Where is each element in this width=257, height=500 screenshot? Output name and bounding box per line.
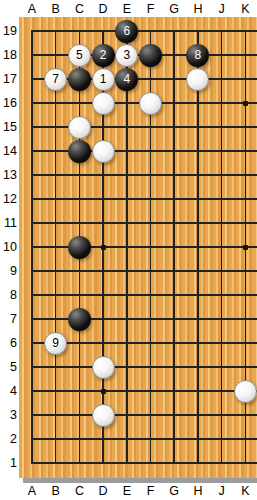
grid-line-horizontal bbox=[31, 270, 257, 272]
stone-white[interactable]: 3 bbox=[115, 44, 138, 67]
row-label: 4 bbox=[0, 384, 17, 398]
column-label-top: A bbox=[22, 2, 42, 16]
stone-black[interactable] bbox=[68, 236, 91, 259]
grid-line-horizontal bbox=[31, 318, 257, 320]
move-number: 6 bbox=[123, 25, 130, 37]
row-label: 15 bbox=[0, 120, 17, 134]
grid-line-horizontal bbox=[31, 30, 257, 32]
move-number: 4 bbox=[123, 73, 130, 85]
column-label-top: D bbox=[93, 2, 113, 16]
move-number: 9 bbox=[52, 337, 59, 349]
grid-line-horizontal bbox=[31, 366, 257, 368]
stone-white[interactable]: 5 bbox=[68, 44, 91, 67]
row-label: 17 bbox=[0, 72, 17, 86]
go-diagram-page: ABCDEFGHJK 19181716151413121110987654321… bbox=[0, 0, 257, 500]
stone-black[interactable] bbox=[68, 308, 91, 331]
column-label-top: H bbox=[188, 2, 208, 16]
row-label: 1 bbox=[0, 456, 17, 470]
star-point bbox=[101, 389, 106, 394]
column-label-bottom: A bbox=[22, 484, 42, 498]
stone-black[interactable]: 8 bbox=[186, 44, 209, 67]
stone-white[interactable] bbox=[139, 92, 162, 115]
row-label: 12 bbox=[0, 192, 17, 206]
stone-white[interactable] bbox=[234, 380, 257, 403]
row-label: 11 bbox=[0, 216, 17, 230]
move-number: 7 bbox=[52, 73, 59, 85]
grid-line-horizontal bbox=[31, 414, 257, 416]
board-shadow bbox=[23, 478, 257, 483]
grid-line-horizontal bbox=[31, 222, 257, 224]
row-label: 6 bbox=[0, 336, 17, 350]
column-label-bottom: G bbox=[164, 484, 184, 498]
row-label: 9 bbox=[0, 264, 17, 278]
stone-white[interactable]: 7 bbox=[44, 68, 67, 91]
row-label: 5 bbox=[0, 360, 17, 374]
row-label: 18 bbox=[0, 48, 17, 62]
row-label: 2 bbox=[0, 432, 17, 446]
stone-black[interactable]: 6 bbox=[115, 20, 138, 43]
grid-line-horizontal bbox=[31, 438, 257, 440]
column-label-bottom: E bbox=[117, 484, 137, 498]
stone-white[interactable] bbox=[92, 140, 115, 163]
move-number: 8 bbox=[195, 49, 202, 61]
star-point bbox=[243, 101, 248, 106]
go-board[interactable]: 652387149 bbox=[19, 17, 257, 478]
row-label: 13 bbox=[0, 168, 17, 182]
row-label: 16 bbox=[0, 96, 17, 110]
star-point bbox=[101, 245, 106, 250]
row-label: 10 bbox=[0, 240, 17, 254]
column-label-bottom: H bbox=[188, 484, 208, 498]
stone-black[interactable] bbox=[139, 44, 162, 67]
grid-line-horizontal bbox=[31, 294, 257, 296]
star-point bbox=[243, 245, 248, 250]
row-label: 19 bbox=[0, 24, 17, 38]
grid-line-horizontal bbox=[31, 150, 257, 152]
column-label-bottom: C bbox=[69, 484, 89, 498]
stone-white[interactable] bbox=[68, 116, 91, 139]
row-label: 3 bbox=[0, 408, 17, 422]
move-number: 2 bbox=[100, 49, 107, 61]
row-label: 14 bbox=[0, 144, 17, 158]
grid-line-horizontal bbox=[31, 174, 257, 176]
stone-white[interactable]: 9 bbox=[44, 332, 67, 355]
stone-white[interactable]: 1 bbox=[92, 68, 115, 91]
grid-line-horizontal bbox=[31, 126, 257, 128]
stone-white[interactable] bbox=[186, 68, 209, 91]
column-label-top: G bbox=[164, 2, 184, 16]
stone-black[interactable] bbox=[68, 68, 91, 91]
grid-line-horizontal bbox=[31, 198, 257, 200]
stone-black[interactable]: 2 bbox=[92, 44, 115, 67]
move-number: 1 bbox=[100, 73, 107, 85]
grid-line-horizontal bbox=[31, 462, 257, 464]
column-label-top: K bbox=[235, 2, 255, 16]
stone-black[interactable]: 4 bbox=[115, 68, 138, 91]
grid-line-horizontal bbox=[31, 390, 257, 392]
column-label-top: F bbox=[141, 2, 161, 16]
stone-white[interactable] bbox=[92, 92, 115, 115]
column-label-bottom: J bbox=[212, 484, 232, 498]
column-label-bottom: D bbox=[93, 484, 113, 498]
column-label-bottom: K bbox=[235, 484, 255, 498]
column-label-bottom: F bbox=[141, 484, 161, 498]
column-label-top: B bbox=[46, 2, 66, 16]
stone-white[interactable] bbox=[92, 356, 115, 379]
column-label-top: C bbox=[69, 2, 89, 16]
stone-black[interactable] bbox=[68, 140, 91, 163]
row-label: 7 bbox=[0, 312, 17, 326]
column-label-top: J bbox=[212, 2, 232, 16]
row-label: 8 bbox=[0, 288, 17, 302]
move-number: 5 bbox=[76, 49, 83, 61]
grid-line-horizontal bbox=[31, 246, 257, 248]
stone-white[interactable] bbox=[92, 404, 115, 427]
column-label-top: E bbox=[117, 2, 137, 16]
move-number: 3 bbox=[123, 49, 130, 61]
column-label-bottom: B bbox=[46, 484, 66, 498]
